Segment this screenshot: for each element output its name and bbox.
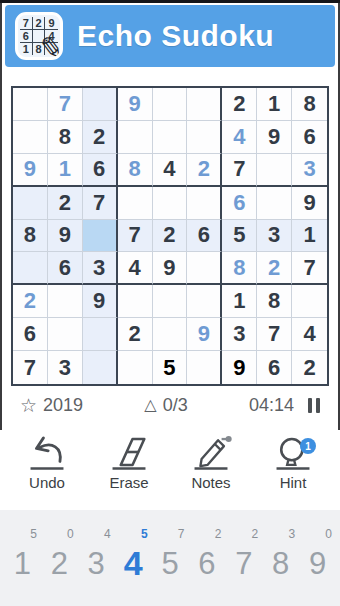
- remaining-count: 2: [215, 527, 222, 541]
- cell-r4c9[interactable]: 9: [292, 187, 327, 220]
- app-header: 7296418 ✎ Echo Sudoku: [5, 5, 335, 67]
- cell-r2c4[interactable]: [118, 121, 153, 154]
- cell-r3c6[interactable]: 2: [187, 154, 222, 187]
- cell-r1c1[interactable]: [13, 88, 48, 121]
- hint-button[interactable]: 1 Hint: [258, 432, 328, 491]
- cell-r8c9[interactable]: 4: [292, 318, 327, 351]
- cell-r4c2[interactable]: 2: [48, 187, 83, 220]
- sudoku-board[interactable]: 7921882496916842732769897265316349827291…: [11, 86, 329, 386]
- cell-r9c6[interactable]: [187, 351, 222, 384]
- screen-left-edge: [0, 0, 2, 430]
- mistakes-group: △ 0/3: [144, 395, 187, 416]
- cell-r3c2[interactable]: 1: [48, 154, 83, 187]
- cell-r9c1[interactable]: 7: [13, 351, 48, 384]
- erase-label: Erase: [109, 474, 148, 491]
- remaining-count: 7: [178, 527, 185, 541]
- cell-r1c7[interactable]: 2: [222, 88, 257, 121]
- cell-r2c9[interactable]: 6: [292, 121, 327, 154]
- cell-r6c7[interactable]: 8: [222, 252, 257, 285]
- cell-r6c6[interactable]: [187, 252, 222, 285]
- status-bar: ☆ 2019 △ 0/3 04:14: [0, 386, 340, 424]
- remaining-count: 0: [67, 527, 74, 541]
- numpad-key-8[interactable]: 38: [262, 510, 299, 606]
- logo-cell: 9: [45, 17, 58, 30]
- undo-icon: [23, 432, 71, 472]
- cell-r7c4[interactable]: [118, 285, 153, 318]
- logo-cell: 2: [33, 17, 46, 30]
- cell-r9c2[interactable]: 3: [48, 351, 83, 384]
- cell-r1c2[interactable]: 7: [48, 88, 83, 121]
- cell-r5c3[interactable]: [83, 220, 118, 253]
- cell-r5c9[interactable]: 1: [292, 220, 327, 253]
- numpad-key-2[interactable]: 02: [41, 510, 78, 606]
- numpad-digit: 2: [51, 548, 68, 579]
- cell-r6c8[interactable]: 2: [257, 252, 292, 285]
- cell-r7c5[interactable]: [153, 285, 188, 318]
- logo-cell: 6: [20, 30, 33, 43]
- cell-r3c5[interactable]: 4: [153, 154, 188, 187]
- logo-cell: 7: [20, 17, 33, 30]
- cell-r2c8[interactable]: 9: [257, 121, 292, 154]
- pencil-icon: ✎: [37, 32, 63, 60]
- cell-r3c1[interactable]: 9: [13, 154, 48, 187]
- cell-r4c7[interactable]: 6: [222, 187, 257, 220]
- cell-r6c9[interactable]: 7: [292, 252, 327, 285]
- remaining-count: 5: [141, 527, 148, 541]
- cell-r6c2[interactable]: 6: [48, 252, 83, 285]
- erase-icon: [105, 432, 153, 472]
- cell-r1c6[interactable]: [187, 88, 222, 121]
- cell-r5c1[interactable]: 8: [13, 220, 48, 253]
- cell-r3c7[interactable]: 7: [222, 154, 257, 187]
- cell-r5c7[interactable]: 5: [222, 220, 257, 253]
- cell-r4c4[interactable]: [118, 187, 153, 220]
- numpad-key-4[interactable]: 54: [115, 510, 152, 606]
- numpad-key-9[interactable]: 09: [299, 510, 336, 606]
- cell-r9c3[interactable]: [83, 351, 118, 384]
- cell-r4c8[interactable]: [257, 187, 292, 220]
- star-icon: ☆: [20, 396, 37, 415]
- screen-top-edge: [0, 0, 340, 3]
- numpad-digit: 9: [309, 548, 326, 579]
- numpad-digit: 3: [88, 548, 105, 579]
- numpad-digit: 1: [14, 548, 31, 579]
- numpad-digit: 7: [235, 548, 252, 579]
- remaining-count: 5: [30, 527, 37, 541]
- cell-r9c4[interactable]: [118, 351, 153, 384]
- cell-r2c2[interactable]: 8: [48, 121, 83, 154]
- toolbar: Undo Erase Notes 1 Hint: [0, 432, 340, 491]
- cell-r1c5[interactable]: [153, 88, 188, 121]
- numpad-digit: 6: [198, 548, 215, 579]
- cell-r3c3[interactable]: 6: [83, 154, 118, 187]
- cell-r2c5[interactable]: [153, 121, 188, 154]
- remaining-count: 2: [252, 527, 259, 541]
- cell-r6c4[interactable]: 4: [118, 252, 153, 285]
- undo-button[interactable]: Undo: [12, 432, 82, 491]
- cell-r7c9[interactable]: [292, 285, 327, 318]
- remaining-count: 4: [104, 527, 111, 541]
- cell-r1c8[interactable]: 1: [257, 88, 292, 121]
- numpad-digit: 4: [124, 546, 143, 580]
- hint-badge: 1: [300, 438, 316, 454]
- cell-r5c5[interactable]: 2: [153, 220, 188, 253]
- numpad-key-7[interactable]: 27: [225, 510, 262, 606]
- notes-icon: [187, 432, 235, 472]
- cell-r9c9[interactable]: 2: [292, 351, 327, 384]
- cell-r6c5[interactable]: 9: [153, 252, 188, 285]
- numpad-digit: 8: [272, 548, 289, 579]
- cell-r8c2[interactable]: [48, 318, 83, 351]
- logo-cell: 1: [20, 43, 33, 55]
- notes-label: Notes: [191, 474, 230, 491]
- cell-r3c4[interactable]: 8: [118, 154, 153, 187]
- cell-r3c8[interactable]: [257, 154, 292, 187]
- cell-r2c1[interactable]: [13, 121, 48, 154]
- app-logo-icon: 7296418 ✎: [15, 12, 63, 60]
- cell-r8c8[interactable]: 7: [257, 318, 292, 351]
- cell-r7c2[interactable]: [48, 285, 83, 318]
- cell-r2c6[interactable]: [187, 121, 222, 154]
- numpad-key-3[interactable]: 43: [78, 510, 115, 606]
- cell-r8c4[interactable]: 2: [118, 318, 153, 351]
- cell-r7c8[interactable]: 8: [257, 285, 292, 318]
- cell-r4c3[interactable]: 7: [83, 187, 118, 220]
- cell-r5c4[interactable]: 7: [118, 220, 153, 253]
- number-pad: 510243547526273809: [0, 510, 340, 606]
- numpad-key-1[interactable]: 51: [4, 510, 41, 606]
- cell-r5c2[interactable]: 9: [48, 220, 83, 253]
- cell-r7c7[interactable]: 1: [222, 285, 257, 318]
- cell-r1c4[interactable]: 9: [118, 88, 153, 121]
- notes-button[interactable]: Notes: [176, 432, 246, 491]
- cell-r8c3[interactable]: [83, 318, 118, 351]
- cell-r3c9[interactable]: 3: [292, 154, 327, 187]
- cell-r6c3[interactable]: 3: [83, 252, 118, 285]
- numpad-digit: 5: [161, 548, 178, 579]
- cell-r2c3[interactable]: 2: [83, 121, 118, 154]
- cell-r5c6[interactable]: 6: [187, 220, 222, 253]
- undo-label: Undo: [29, 474, 65, 491]
- cell-r4c5[interactable]: [153, 187, 188, 220]
- score-value: 2019: [43, 395, 83, 416]
- cell-r8c1[interactable]: 6: [13, 318, 48, 351]
- cell-r1c3[interactable]: [83, 88, 118, 121]
- cell-r1c9[interactable]: 8: [292, 88, 327, 121]
- cell-r2c7[interactable]: 4: [222, 121, 257, 154]
- cell-r7c1[interactable]: 2: [13, 285, 48, 318]
- cell-r7c6[interactable]: [187, 285, 222, 318]
- board-area: 7921882496916842732769897265316349827291…: [0, 86, 340, 386]
- cell-r7c3[interactable]: 9: [83, 285, 118, 318]
- cell-r4c6[interactable]: [187, 187, 222, 220]
- erase-button[interactable]: Erase: [94, 432, 164, 491]
- timer-group: 04:14: [249, 395, 320, 416]
- timer-value: 04:14: [249, 395, 294, 416]
- mistakes-value: 0/3: [163, 395, 188, 416]
- cell-r9c7[interactable]: 9: [222, 351, 257, 384]
- cell-r8c5[interactable]: [153, 318, 188, 351]
- pause-button[interactable]: [308, 398, 320, 413]
- remaining-count: 0: [325, 527, 332, 541]
- cell-r6c1[interactable]: [13, 252, 48, 285]
- cell-r8c7[interactable]: 3: [222, 318, 257, 351]
- numpad-key-5[interactable]: 75: [152, 510, 189, 606]
- hint-label: Hint: [280, 474, 307, 491]
- cell-r5c8[interactable]: 3: [257, 220, 292, 253]
- app-title: Echo Sudoku: [77, 19, 274, 53]
- warning-triangle-icon: △: [144, 397, 156, 413]
- cell-r9c8[interactable]: 6: [257, 351, 292, 384]
- remaining-count: 3: [288, 527, 295, 541]
- cell-r9c5[interactable]: 5: [153, 351, 188, 384]
- cell-r4c1[interactable]: [13, 187, 48, 220]
- numpad-key-6[interactable]: 26: [188, 510, 225, 606]
- cell-r8c6[interactable]: 9: [187, 318, 222, 351]
- score-group: ☆ 2019: [20, 395, 83, 416]
